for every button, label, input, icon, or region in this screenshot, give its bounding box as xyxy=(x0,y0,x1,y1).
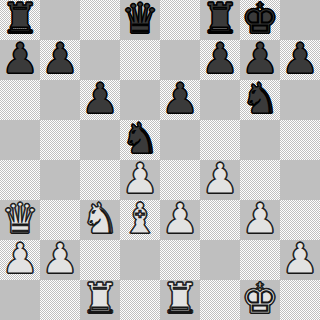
piece-black-pawn[interactable]: ♟ xyxy=(160,79,200,119)
square-a1[interactable] xyxy=(0,280,40,320)
piece-white-pawn[interactable]: ♟ xyxy=(40,239,80,279)
piece-white-pawn[interactable]: ♟ xyxy=(240,199,280,239)
square-f2[interactable] xyxy=(200,240,240,280)
square-b1[interactable] xyxy=(40,280,80,320)
piece-black-knight[interactable]: ♞ xyxy=(240,79,280,119)
square-h7[interactable]: ♟ xyxy=(280,40,320,80)
piece-black-knight[interactable]: ♞ xyxy=(120,119,160,159)
piece-black-pawn[interactable]: ♟ xyxy=(200,39,240,79)
square-f3[interactable] xyxy=(200,200,240,240)
square-f1[interactable] xyxy=(200,280,240,320)
square-h6[interactable] xyxy=(280,80,320,120)
square-c3[interactable]: ♞ xyxy=(80,200,120,240)
piece-black-pawn[interactable]: ♟ xyxy=(40,39,80,79)
square-a6[interactable] xyxy=(0,80,40,120)
square-d1[interactable] xyxy=(120,280,160,320)
chess-board: ♜♛♜♚♟♟♟♟♟♟♟♞♞♟♟♛♞♝♟♟♟♟♟♜♜♚ xyxy=(0,0,320,320)
square-c8[interactable] xyxy=(80,0,120,40)
square-g6[interactable]: ♞ xyxy=(240,80,280,120)
square-d2[interactable] xyxy=(120,240,160,280)
piece-white-pawn[interactable]: ♟ xyxy=(280,239,320,279)
piece-black-pawn[interactable]: ♟ xyxy=(0,39,40,79)
piece-white-rook[interactable]: ♜ xyxy=(80,279,120,319)
piece-black-pawn[interactable]: ♟ xyxy=(240,39,280,79)
square-e1[interactable]: ♜ xyxy=(160,280,200,320)
piece-white-pawn[interactable]: ♟ xyxy=(0,239,40,279)
square-e5[interactable] xyxy=(160,120,200,160)
piece-black-queen[interactable]: ♛ xyxy=(120,0,160,39)
square-a7[interactable]: ♟ xyxy=(0,40,40,80)
piece-white-queen[interactable]: ♛ xyxy=(0,199,40,239)
square-c6[interactable]: ♟ xyxy=(80,80,120,120)
square-h4[interactable] xyxy=(280,160,320,200)
square-e6[interactable]: ♟ xyxy=(160,80,200,120)
square-b5[interactable] xyxy=(40,120,80,160)
piece-white-rook[interactable]: ♜ xyxy=(160,279,200,319)
piece-black-pawn[interactable]: ♟ xyxy=(80,79,120,119)
square-e3[interactable]: ♟ xyxy=(160,200,200,240)
square-b4[interactable] xyxy=(40,160,80,200)
square-a5[interactable] xyxy=(0,120,40,160)
square-g5[interactable] xyxy=(240,120,280,160)
piece-white-pawn[interactable]: ♟ xyxy=(200,159,240,199)
square-b6[interactable] xyxy=(40,80,80,120)
square-h5[interactable] xyxy=(280,120,320,160)
piece-white-knight[interactable]: ♞ xyxy=(80,199,120,239)
square-g3[interactable]: ♟ xyxy=(240,200,280,240)
square-d7[interactable] xyxy=(120,40,160,80)
square-f4[interactable]: ♟ xyxy=(200,160,240,200)
square-b7[interactable]: ♟ xyxy=(40,40,80,80)
square-c1[interactable]: ♜ xyxy=(80,280,120,320)
square-g1[interactable]: ♚ xyxy=(240,280,280,320)
square-f6[interactable] xyxy=(200,80,240,120)
piece-white-pawn[interactable]: ♟ xyxy=(160,199,200,239)
square-f7[interactable]: ♟ xyxy=(200,40,240,80)
square-e8[interactable] xyxy=(160,0,200,40)
piece-white-pawn[interactable]: ♟ xyxy=(120,159,160,199)
square-a2[interactable]: ♟ xyxy=(0,240,40,280)
square-b2[interactable]: ♟ xyxy=(40,240,80,280)
square-h1[interactable] xyxy=(280,280,320,320)
piece-white-bishop[interactable]: ♝ xyxy=(120,199,160,239)
square-d3[interactable]: ♝ xyxy=(120,200,160,240)
square-c5[interactable] xyxy=(80,120,120,160)
piece-white-king[interactable]: ♚ xyxy=(240,279,280,319)
square-h2[interactable]: ♟ xyxy=(280,240,320,280)
piece-black-pawn[interactable]: ♟ xyxy=(280,39,320,79)
square-d8[interactable]: ♛ xyxy=(120,0,160,40)
